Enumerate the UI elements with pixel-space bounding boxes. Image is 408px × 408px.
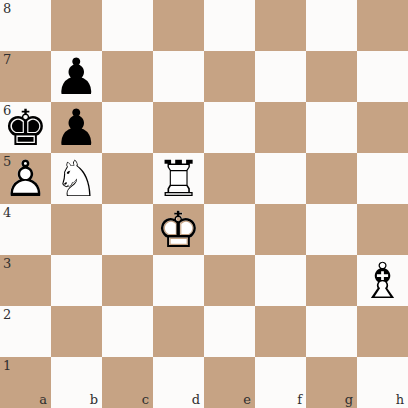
file-label-a: a [39, 393, 47, 406]
square-a4[interactable]: 4 [0, 204, 51, 255]
white-knight-outline-glyph: ♘ [51, 153, 102, 204]
square-b6[interactable]: ♟ [51, 102, 102, 153]
square-c2[interactable] [102, 306, 153, 357]
square-f6[interactable] [255, 102, 306, 153]
square-g1[interactable]: g [306, 357, 357, 408]
square-g5[interactable] [306, 153, 357, 204]
chess-board: 87♟6♚♟5♟♙♞♘♜♖4♚♔3♝♗21abcdefgh [0, 0, 408, 408]
square-e6[interactable] [204, 102, 255, 153]
file-label-c: c [142, 393, 149, 406]
square-a7[interactable]: 7 [0, 51, 51, 102]
square-g4[interactable] [306, 204, 357, 255]
square-f2[interactable] [255, 306, 306, 357]
square-f8[interactable] [255, 0, 306, 51]
piece-black-pawn[interactable]: ♟ [51, 102, 102, 153]
square-c1[interactable]: c [102, 357, 153, 408]
rank-label-7: 7 [3, 53, 11, 66]
square-b4[interactable] [51, 204, 102, 255]
file-label-g: g [345, 393, 353, 406]
square-c6[interactable] [102, 102, 153, 153]
black-pawn-glyph: ♟ [54, 103, 99, 153]
white-bishop-outline-glyph: ♗ [357, 255, 408, 306]
square-b8[interactable] [51, 0, 102, 51]
square-h5[interactable] [357, 153, 408, 204]
square-f3[interactable] [255, 255, 306, 306]
square-a2[interactable]: 2 [0, 306, 51, 357]
square-b3[interactable] [51, 255, 102, 306]
square-c8[interactable] [102, 0, 153, 51]
white-rook-outline-glyph: ♖ [153, 153, 204, 204]
square-b1[interactable]: b [51, 357, 102, 408]
square-e7[interactable] [204, 51, 255, 102]
square-e4[interactable] [204, 204, 255, 255]
square-a5[interactable]: 5♟♙ [0, 153, 51, 204]
file-label-e: e [243, 393, 251, 406]
square-d8[interactable] [153, 0, 204, 51]
square-d5[interactable]: ♜♖ [153, 153, 204, 204]
piece-black-king[interactable]: ♚ [0, 102, 51, 153]
piece-white-bishop[interactable]: ♝♗ [357, 255, 408, 306]
rank-label-1: 1 [3, 359, 11, 372]
square-c7[interactable] [102, 51, 153, 102]
square-g3[interactable] [306, 255, 357, 306]
file-label-d: d [192, 393, 200, 406]
black-king-glyph: ♚ [3, 103, 48, 153]
square-g6[interactable] [306, 102, 357, 153]
square-e5[interactable] [204, 153, 255, 204]
square-h1[interactable]: h [357, 357, 408, 408]
square-g7[interactable] [306, 51, 357, 102]
square-h3[interactable]: ♝♗ [357, 255, 408, 306]
square-b5[interactable]: ♞♘ [51, 153, 102, 204]
square-a6[interactable]: 6♚ [0, 102, 51, 153]
square-f4[interactable] [255, 204, 306, 255]
piece-white-pawn[interactable]: ♟♙ [0, 153, 51, 204]
square-d4[interactable]: ♚♔ [153, 204, 204, 255]
square-h2[interactable] [357, 306, 408, 357]
square-h7[interactable] [357, 51, 408, 102]
piece-white-king[interactable]: ♚♔ [153, 204, 204, 255]
square-a8[interactable]: 8 [0, 0, 51, 51]
square-f5[interactable] [255, 153, 306, 204]
square-c4[interactable] [102, 204, 153, 255]
square-h4[interactable] [357, 204, 408, 255]
file-label-h: h [396, 393, 404, 406]
square-b7[interactable]: ♟ [51, 51, 102, 102]
square-e2[interactable] [204, 306, 255, 357]
square-d6[interactable] [153, 102, 204, 153]
piece-white-rook[interactable]: ♜♖ [153, 153, 204, 204]
square-e8[interactable] [204, 0, 255, 51]
square-g2[interactable] [306, 306, 357, 357]
square-a1[interactable]: 1a [0, 357, 51, 408]
square-h6[interactable] [357, 102, 408, 153]
black-pawn-glyph: ♟ [54, 52, 99, 102]
square-e1[interactable]: e [204, 357, 255, 408]
square-f7[interactable] [255, 51, 306, 102]
white-king-outline-glyph: ♔ [153, 204, 204, 255]
square-a3[interactable]: 3 [0, 255, 51, 306]
square-h8[interactable] [357, 0, 408, 51]
rank-label-3: 3 [3, 257, 11, 270]
square-d7[interactable] [153, 51, 204, 102]
square-e3[interactable] [204, 255, 255, 306]
square-d3[interactable] [153, 255, 204, 306]
white-pawn-outline-glyph: ♙ [0, 153, 51, 204]
file-label-f: f [297, 393, 302, 406]
square-f1[interactable]: f [255, 357, 306, 408]
square-g8[interactable] [306, 0, 357, 51]
rank-label-2: 2 [3, 308, 11, 321]
piece-white-knight[interactable]: ♞♘ [51, 153, 102, 204]
rank-label-4: 4 [3, 206, 11, 219]
square-b2[interactable] [51, 306, 102, 357]
square-c5[interactable] [102, 153, 153, 204]
rank-label-8: 8 [3, 2, 11, 15]
file-label-b: b [90, 393, 98, 406]
square-d2[interactable] [153, 306, 204, 357]
square-d1[interactable]: d [153, 357, 204, 408]
piece-black-pawn[interactable]: ♟ [51, 51, 102, 102]
square-c3[interactable] [102, 255, 153, 306]
